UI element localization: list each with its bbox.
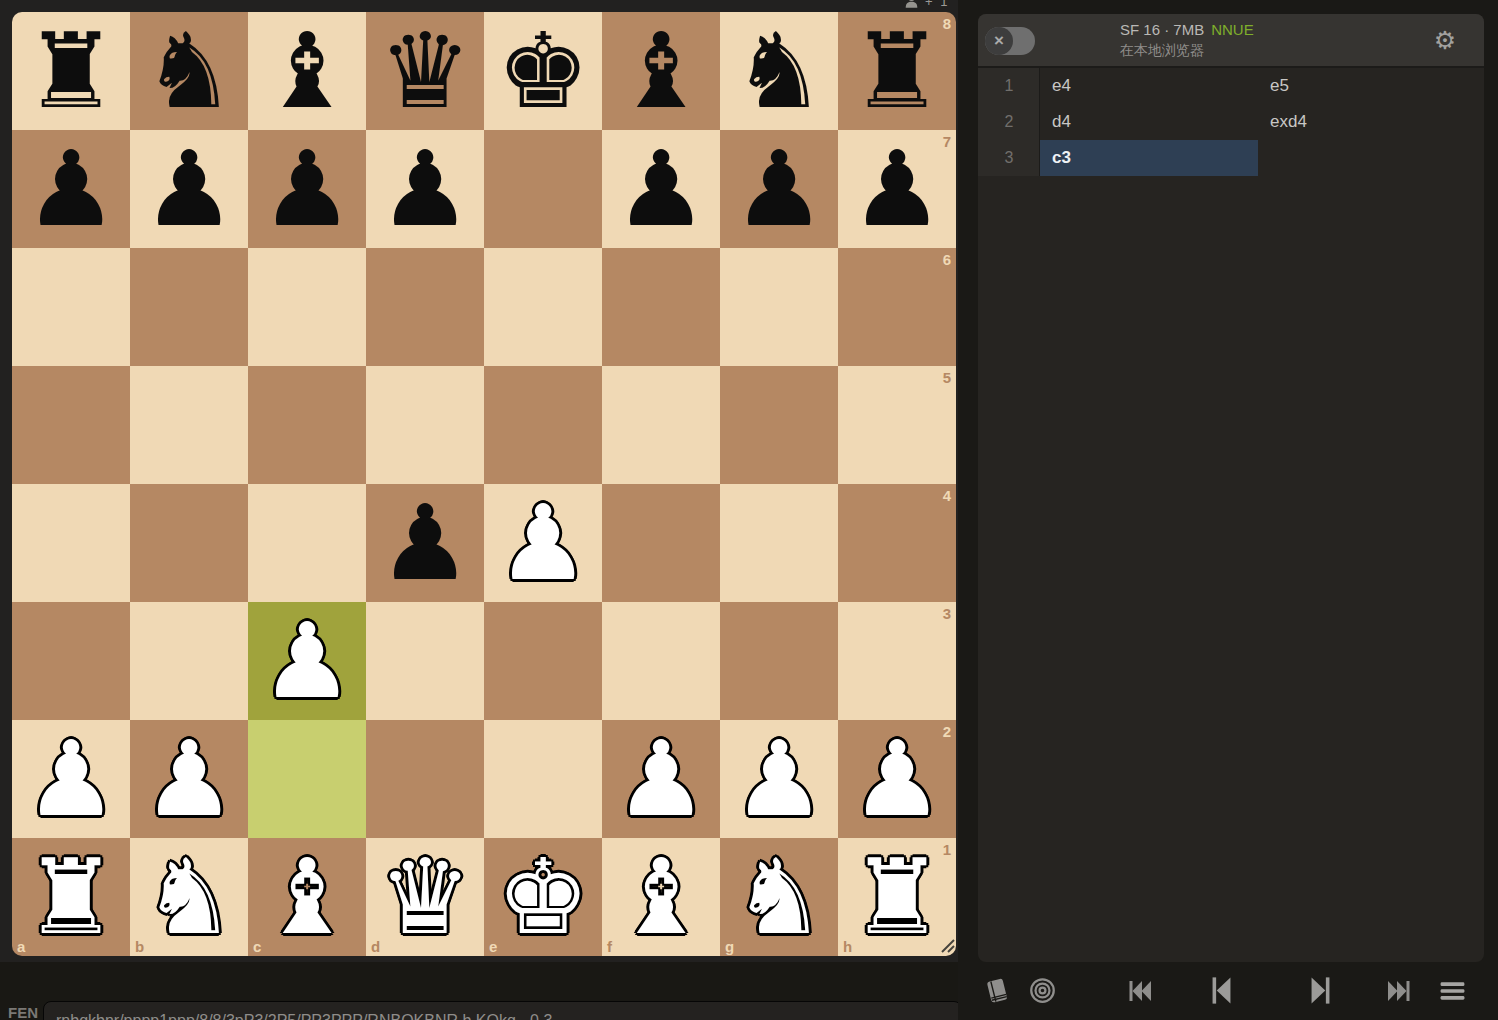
move-list: 1e4e52d4exd43c3 — [978, 68, 1484, 176]
square-c1[interactable]: ♝c — [248, 838, 366, 956]
piece-black-knight[interactable]: ♞ — [130, 12, 248, 130]
square-a5[interactable] — [12, 366, 130, 484]
move-2-black-exd4[interactable]: exd4 — [1258, 104, 1476, 140]
piece-black-rook[interactable]: ♜ — [12, 12, 130, 130]
square-f1[interactable]: ♝f — [602, 838, 720, 956]
square-e5[interactable] — [484, 366, 602, 484]
board-area: + 1 ♜♞♝♛♚♝♞♜8♟♟♟♟♟♟♟765♟♟4♟3♟♟♟♟♟2♜a♞b♝c… — [0, 0, 958, 962]
square-g8[interactable]: ♞ — [720, 12, 838, 130]
piece-black-queen[interactable]: ♛ — [366, 12, 484, 130]
square-h2[interactable]: ♟2 — [838, 720, 956, 838]
square-f6[interactable] — [602, 248, 720, 366]
square-c6[interactable] — [248, 248, 366, 366]
square-f3[interactable] — [602, 602, 720, 720]
square-b7[interactable]: ♟ — [130, 130, 248, 248]
target-icon[interactable] — [1029, 977, 1056, 1004]
square-a2[interactable]: ♟ — [12, 720, 130, 838]
piece-white-bishop[interactable]: ♝ — [248, 838, 366, 956]
square-b1[interactable]: ♞b — [130, 838, 248, 956]
square-c3[interactable]: ♟ — [248, 602, 366, 720]
square-e6[interactable] — [484, 248, 602, 366]
square-d2[interactable] — [366, 720, 484, 838]
engine-name: SF 16 · 7MB — [1120, 21, 1204, 38]
rank-label-4: 4 — [943, 487, 951, 504]
square-g2[interactable]: ♟ — [720, 720, 838, 838]
square-a4[interactable] — [12, 484, 130, 602]
piece-black-pawn[interactable]: ♟ — [602, 130, 720, 248]
engine-header: × SF 16 · 7MBNNUE 在本地浏览器 ⚙ — [978, 14, 1484, 68]
square-d8[interactable]: ♛ — [366, 12, 484, 130]
material-indicator: + 1 — [905, 0, 949, 11]
piece-white-pawn[interactable]: ♟ — [720, 720, 838, 838]
square-h8[interactable]: ♜8 — [838, 12, 956, 130]
square-a7[interactable]: ♟ — [12, 130, 130, 248]
piece-white-pawn[interactable]: ♟ — [12, 720, 130, 838]
square-h5[interactable]: 5 — [838, 366, 956, 484]
square-d1[interactable]: ♛d — [366, 838, 484, 956]
piece-white-pawn[interactable]: ♟ — [484, 484, 602, 602]
move-3-white-c3[interactable]: c3 — [1040, 140, 1258, 176]
piece-black-pawn[interactable]: ♟ — [12, 130, 130, 248]
nnue-badge: NNUE — [1211, 21, 1254, 38]
square-f4[interactable] — [602, 484, 720, 602]
square-e7[interactable] — [484, 130, 602, 248]
move-1-black-e5[interactable]: e5 — [1258, 68, 1476, 104]
square-e8[interactable]: ♚ — [484, 12, 602, 130]
square-b2[interactable]: ♟ — [130, 720, 248, 838]
engine-subtitle: 在本地浏览器 — [1120, 40, 1254, 60]
rank-label-5: 5 — [943, 369, 951, 386]
square-h7[interactable]: ♟7 — [838, 130, 956, 248]
square-d6[interactable] — [366, 248, 484, 366]
square-g1[interactable]: ♞g — [720, 838, 838, 956]
piece-black-bishop[interactable]: ♝ — [602, 12, 720, 130]
move-number: 2 — [978, 104, 1040, 140]
square-a8[interactable]: ♜ — [12, 12, 130, 130]
move-row-3: 3c3 — [978, 140, 1484, 176]
gear-icon[interactable]: ⚙ — [1432, 28, 1458, 54]
fen-label: FEN — [8, 1004, 38, 1020]
piece-black-pawn[interactable]: ♟ — [366, 484, 484, 602]
square-b4[interactable] — [130, 484, 248, 602]
move-row-2: 2d4exd4 — [978, 104, 1484, 140]
piece-black-rook[interactable]: ♜ — [838, 12, 956, 130]
material-advantage: + 1 — [925, 0, 949, 9]
move-3-black-empty — [1258, 140, 1476, 176]
fen-input[interactable] — [43, 1001, 962, 1020]
piece-white-pawn[interactable]: ♟ — [130, 720, 248, 838]
square-d7[interactable]: ♟ — [366, 130, 484, 248]
last-move-icon[interactable] — [1386, 978, 1412, 1004]
square-b5[interactable] — [130, 366, 248, 484]
square-e4[interactable]: ♟ — [484, 484, 602, 602]
piece-white-pawn[interactable]: ♟ — [602, 720, 720, 838]
square-g3[interactable] — [720, 602, 838, 720]
move-2-white-d4[interactable]: d4 — [1040, 104, 1258, 140]
piece-white-bishop[interactable]: ♝ — [602, 838, 720, 956]
move-number: 1 — [978, 68, 1040, 104]
square-c2[interactable] — [248, 720, 366, 838]
square-g7[interactable]: ♟ — [720, 130, 838, 248]
piece-black-bishop[interactable]: ♝ — [248, 12, 366, 130]
previous-move-icon[interactable] — [1206, 975, 1237, 1006]
piece-black-pawn[interactable]: ♟ — [366, 130, 484, 248]
piece-white-knight[interactable]: ♞ — [720, 838, 838, 956]
square-e1[interactable]: ♚e — [484, 838, 602, 956]
square-g4[interactable] — [720, 484, 838, 602]
piece-black-pawn[interactable]: ♟ — [838, 130, 956, 248]
analysis-panel: × SF 16 · 7MBNNUE 在本地浏览器 ⚙ 1e4e52d4exd43… — [978, 14, 1484, 962]
board: ♜♞♝♛♚♝♞♜8♟♟♟♟♟♟♟765♟♟4♟3♟♟♟♟♟2♜a♞b♝c♛d♚e… — [12, 12, 956, 956]
square-h6[interactable]: 6 — [838, 248, 956, 366]
board-resize-handle[interactable] — [938, 936, 956, 954]
toggle-knob-x-icon: × — [985, 27, 1013, 55]
menu-icon[interactable] — [1438, 978, 1467, 1004]
square-g6[interactable] — [720, 248, 838, 366]
square-d5[interactable] — [366, 366, 484, 484]
rank-label-6: 6 — [943, 251, 951, 268]
square-a6[interactable] — [12, 248, 130, 366]
square-f7[interactable]: ♟ — [602, 130, 720, 248]
square-a1[interactable]: ♜a — [12, 838, 130, 956]
square-b6[interactable] — [130, 248, 248, 366]
move-number: 3 — [978, 140, 1040, 176]
square-f5[interactable] — [602, 366, 720, 484]
square-d3[interactable] — [366, 602, 484, 720]
rank-label-3: 3 — [943, 605, 951, 622]
square-b3[interactable] — [130, 602, 248, 720]
book-icon[interactable] — [984, 977, 1011, 1004]
piece-black-knight[interactable]: ♞ — [720, 12, 838, 130]
square-e2[interactable] — [484, 720, 602, 838]
square-a3[interactable] — [12, 602, 130, 720]
square-d4[interactable]: ♟ — [366, 484, 484, 602]
person-icon — [905, 0, 918, 8]
piece-black-pawn[interactable]: ♟ — [248, 130, 366, 248]
move-1-white-e4[interactable]: e4 — [1040, 68, 1258, 104]
square-h4[interactable]: 4 — [838, 484, 956, 602]
square-c7[interactable]: ♟ — [248, 130, 366, 248]
piece-white-king[interactable]: ♚ — [484, 838, 602, 956]
piece-white-pawn[interactable]: ♟ — [838, 720, 956, 838]
next-move-icon[interactable] — [1305, 975, 1336, 1006]
square-c5[interactable] — [248, 366, 366, 484]
piece-black-king[interactable]: ♚ — [484, 12, 602, 130]
square-f8[interactable]: ♝ — [602, 12, 720, 130]
square-c8[interactable]: ♝ — [248, 12, 366, 130]
square-b8[interactable]: ♞ — [130, 12, 248, 130]
square-f2[interactable]: ♟ — [602, 720, 720, 838]
square-c4[interactable] — [248, 484, 366, 602]
piece-white-rook[interactable]: ♜ — [12, 838, 130, 956]
move-row-1: 1e4e5 — [978, 68, 1484, 104]
piece-white-pawn[interactable]: ♟ — [248, 602, 366, 720]
square-h3[interactable]: 3 — [838, 602, 956, 720]
piece-black-pawn[interactable]: ♟ — [720, 130, 838, 248]
first-move-icon[interactable] — [1127, 978, 1153, 1004]
engine-toggle[interactable]: × — [985, 27, 1035, 55]
engine-info: SF 16 · 7MBNNUE 在本地浏览器 — [1120, 20, 1254, 60]
square-g5[interactable] — [720, 366, 838, 484]
piece-white-knight[interactable]: ♞ — [130, 838, 248, 956]
piece-black-pawn[interactable]: ♟ — [130, 130, 248, 248]
square-e3[interactable] — [484, 602, 602, 720]
piece-white-queen[interactable]: ♛ — [366, 838, 484, 956]
